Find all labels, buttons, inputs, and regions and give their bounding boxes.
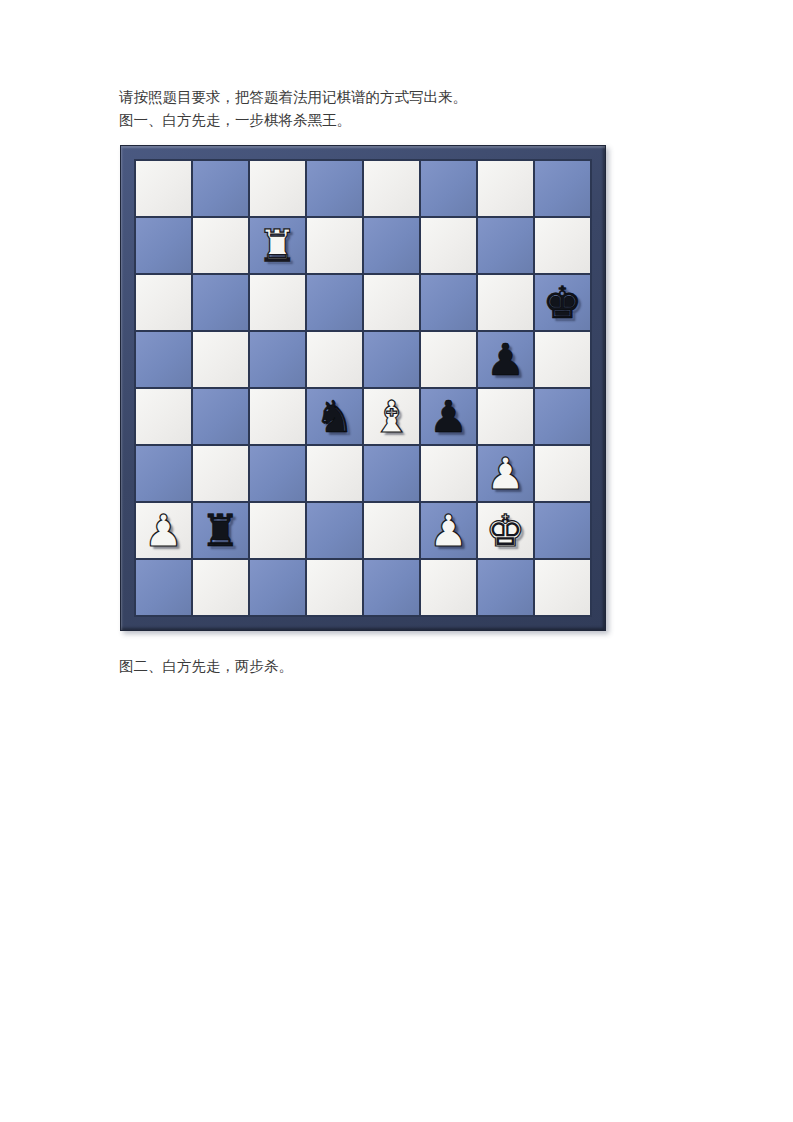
piece-white-rook-c7: ♜ xyxy=(258,218,297,273)
square-g3: ♟ xyxy=(478,446,533,501)
chess-board: ♜♚♟♞♝♟♟♟♜♟♚ xyxy=(120,145,606,631)
figure2-caption: 图二、白方先走，两步杀。 xyxy=(119,655,293,678)
square-d4: ♞ xyxy=(307,389,362,444)
square-g6 xyxy=(478,275,533,330)
square-g8 xyxy=(478,161,533,216)
instructions-block: 请按照题目要求，把答题着法用记棋谱的方式写出来。 图一、白方先走，一步棋将杀黑王… xyxy=(119,86,467,132)
square-h7 xyxy=(535,218,590,273)
square-c2 xyxy=(250,503,305,558)
square-a3 xyxy=(136,446,191,501)
piece-black-pawn-g5: ♟ xyxy=(486,332,525,387)
chess-board-grid: ♜♚♟♞♝♟♟♟♜♟♚ xyxy=(134,159,592,617)
square-e7 xyxy=(364,218,419,273)
square-h5 xyxy=(535,332,590,387)
piece-black-knight-d4: ♞ xyxy=(315,389,354,444)
square-c4 xyxy=(250,389,305,444)
square-e5 xyxy=(364,332,419,387)
square-h4 xyxy=(535,389,590,444)
square-d5 xyxy=(307,332,362,387)
square-b6 xyxy=(193,275,248,330)
square-g4 xyxy=(478,389,533,444)
piece-white-pawn-g3: ♟ xyxy=(486,446,525,501)
square-a4 xyxy=(136,389,191,444)
square-f2: ♟ xyxy=(421,503,476,558)
square-a2: ♟ xyxy=(136,503,191,558)
square-e4: ♝ xyxy=(364,389,419,444)
piece-white-bishop-e4: ♝ xyxy=(372,389,411,444)
square-h8 xyxy=(535,161,590,216)
square-g5: ♟ xyxy=(478,332,533,387)
piece-black-rook-b2: ♜ xyxy=(201,503,240,558)
square-a1 xyxy=(136,560,191,615)
square-g2: ♚ xyxy=(478,503,533,558)
square-d2 xyxy=(307,503,362,558)
piece-black-pawn-f4: ♟ xyxy=(429,389,468,444)
square-c1 xyxy=(250,560,305,615)
square-c8 xyxy=(250,161,305,216)
square-e2 xyxy=(364,503,419,558)
square-h2 xyxy=(535,503,590,558)
square-a7 xyxy=(136,218,191,273)
square-d7 xyxy=(307,218,362,273)
square-d1 xyxy=(307,560,362,615)
square-f6 xyxy=(421,275,476,330)
square-f1 xyxy=(421,560,476,615)
square-b2: ♜ xyxy=(193,503,248,558)
square-h6: ♚ xyxy=(535,275,590,330)
figure1-caption: 图一、白方先走，一步棋将杀黑王。 xyxy=(119,109,467,132)
square-b1 xyxy=(193,560,248,615)
piece-white-pawn-a2: ♟ xyxy=(144,503,183,558)
square-c6 xyxy=(250,275,305,330)
square-f3 xyxy=(421,446,476,501)
square-d3 xyxy=(307,446,362,501)
square-f8 xyxy=(421,161,476,216)
square-c5 xyxy=(250,332,305,387)
instructions-text: 请按照题目要求，把答题着法用记棋谱的方式写出来。 xyxy=(119,86,467,109)
piece-white-pawn-f2: ♟ xyxy=(429,503,468,558)
square-g7 xyxy=(478,218,533,273)
square-c7: ♜ xyxy=(250,218,305,273)
square-b8 xyxy=(193,161,248,216)
square-h1 xyxy=(535,560,590,615)
square-e8 xyxy=(364,161,419,216)
square-f5 xyxy=(421,332,476,387)
square-d8 xyxy=(307,161,362,216)
square-e1 xyxy=(364,560,419,615)
square-c3 xyxy=(250,446,305,501)
square-a6 xyxy=(136,275,191,330)
square-a8 xyxy=(136,161,191,216)
piece-white-king-g2: ♚ xyxy=(486,503,525,558)
piece-black-king-h6: ♚ xyxy=(543,275,582,330)
square-e6 xyxy=(364,275,419,330)
square-b7 xyxy=(193,218,248,273)
square-h3 xyxy=(535,446,590,501)
square-a5 xyxy=(136,332,191,387)
square-b3 xyxy=(193,446,248,501)
document-page: { "game": "chess", "text": { "instructio… xyxy=(0,0,793,1122)
square-b5 xyxy=(193,332,248,387)
square-g1 xyxy=(478,560,533,615)
square-d6 xyxy=(307,275,362,330)
square-e3 xyxy=(364,446,419,501)
square-f4: ♟ xyxy=(421,389,476,444)
square-b4 xyxy=(193,389,248,444)
square-f7 xyxy=(421,218,476,273)
